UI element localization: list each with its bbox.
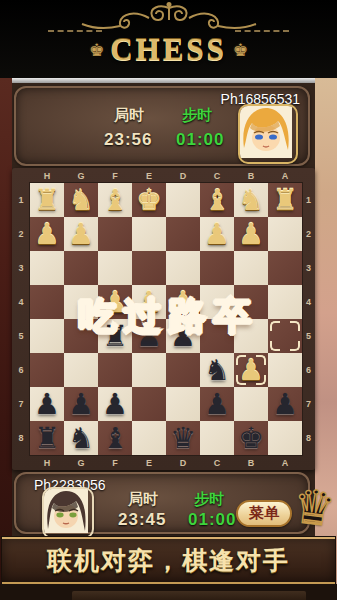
player-game-time: 23:45 xyxy=(118,510,166,530)
square-c2[interactable]: ♟ xyxy=(200,217,234,251)
square-f1[interactable]: ♝ xyxy=(98,183,132,217)
player-panel: Ph2283056 局时 23:45 步时 01:00 菜单 xyxy=(14,472,310,534)
black-rook-h8[interactable]: ♜ xyxy=(34,421,60,455)
white-pawn-c2[interactable]: ♟ xyxy=(204,217,230,251)
square-g7[interactable]: ♟ xyxy=(64,387,98,421)
rank-label-8: 8 xyxy=(12,421,30,455)
file-label-g: G xyxy=(64,455,98,470)
file-labels-top: HGFEDCBA xyxy=(30,168,302,183)
white-bishop-c1[interactable]: ♝ xyxy=(204,183,230,217)
square-h7[interactable]: ♟ xyxy=(30,387,64,421)
square-a3[interactable] xyxy=(268,251,302,285)
square-c1[interactable]: ♝ xyxy=(200,183,234,217)
en-passant-message: 吃过路卒 xyxy=(0,291,337,342)
square-b7[interactable] xyxy=(234,387,268,421)
file-label-f: F xyxy=(98,168,132,183)
white-pawn-h2[interactable]: ♟ xyxy=(34,217,60,251)
file-label-d: D xyxy=(166,168,200,183)
black-pawn-a7[interactable]: ♟ xyxy=(272,387,298,421)
player-avatar[interactable] xyxy=(42,487,94,539)
square-g1[interactable]: ♞ xyxy=(64,183,98,217)
highlight-corner-bl-a5 xyxy=(270,341,280,351)
square-h1[interactable]: ♜ xyxy=(30,183,64,217)
square-f7[interactable]: ♟ xyxy=(98,387,132,421)
black-pawn-g7[interactable]: ♟ xyxy=(68,387,94,421)
square-d6[interactable] xyxy=(166,353,200,387)
square-f8[interactable]: ♝ xyxy=(98,421,132,455)
rank-label-1: 1 xyxy=(302,183,315,217)
header-separator xyxy=(0,78,337,83)
black-knight-g8[interactable]: ♞ xyxy=(68,421,94,455)
square-b3[interactable] xyxy=(234,251,268,285)
file-label-a: A xyxy=(268,168,302,183)
app-header: ♚ CHESS ♚ xyxy=(0,0,337,78)
square-e7[interactable] xyxy=(132,387,166,421)
square-a2[interactable] xyxy=(268,217,302,251)
rank-label-7: 7 xyxy=(302,387,315,421)
white-knight-b1[interactable]: ♞ xyxy=(238,183,264,217)
file-label-d: D xyxy=(166,455,200,470)
square-f2[interactable] xyxy=(98,217,132,251)
square-c7[interactable]: ♟ xyxy=(200,387,234,421)
opponent-game-time: 23:56 xyxy=(104,130,152,150)
black-knight-c6[interactable]: ♞ xyxy=(204,353,230,387)
square-b6[interactable]: ♟ xyxy=(234,353,268,387)
opponent-avatar[interactable] xyxy=(238,104,298,164)
square-h2[interactable]: ♟ xyxy=(30,217,64,251)
square-e3[interactable] xyxy=(132,251,166,285)
square-d8[interactable]: ♛ xyxy=(166,421,200,455)
menu-button-label: 菜单 xyxy=(249,504,279,523)
square-a6[interactable] xyxy=(268,353,302,387)
file-label-c: C xyxy=(200,455,234,470)
left-crown-icon: ♚ xyxy=(89,40,104,61)
app-title: CHESS xyxy=(110,32,227,68)
white-bishop-f1[interactable]: ♝ xyxy=(102,183,128,217)
square-d7[interactable] xyxy=(166,387,200,421)
file-labels-bottom: HGFEDCBA xyxy=(30,455,302,470)
file-label-a: A xyxy=(268,455,302,470)
white-pawn-g2[interactable]: ♟ xyxy=(68,217,94,251)
footer-inner-panel xyxy=(72,591,306,600)
square-g6[interactable] xyxy=(64,353,98,387)
white-rook-h1[interactable]: ♜ xyxy=(34,183,60,217)
file-label-g: G xyxy=(64,168,98,183)
promo-banner: 联机对弈，棋逢对手 xyxy=(2,537,335,584)
opponent-move-time-label: 步时 xyxy=(182,106,212,125)
highlight-corner-bl-b6 xyxy=(236,375,246,385)
menu-button[interactable]: 菜单 xyxy=(236,500,292,527)
queen-crown-icon: ♛ xyxy=(290,482,337,534)
square-e6[interactable] xyxy=(132,353,166,387)
square-h6[interactable] xyxy=(30,353,64,387)
file-label-b: B xyxy=(234,168,268,183)
opponent-panel: 局时 23:56 步时 01:00 Ph16856531 xyxy=(14,86,310,166)
square-e2[interactable] xyxy=(132,217,166,251)
player-move-time-label: 步时 xyxy=(194,490,224,509)
square-a1[interactable]: ♜ xyxy=(268,183,302,217)
file-label-h: H xyxy=(30,455,64,470)
black-queen-d8[interactable]: ♛ xyxy=(170,421,196,455)
file-label-h: H xyxy=(30,168,64,183)
player-move-time: 01:00 xyxy=(188,510,236,530)
file-label-e: E xyxy=(132,455,166,470)
square-c8[interactable] xyxy=(200,421,234,455)
rank-label-7: 7 xyxy=(12,387,30,421)
white-knight-g1[interactable]: ♞ xyxy=(68,183,94,217)
white-pawn-b2[interactable]: ♟ xyxy=(238,217,264,251)
white-rook-a1[interactable]: ♜ xyxy=(272,183,298,217)
square-b2[interactable]: ♟ xyxy=(234,217,268,251)
opponent-move-time: 01:00 xyxy=(176,130,224,150)
black-pawn-h7[interactable]: ♟ xyxy=(34,387,60,421)
square-g8[interactable]: ♞ xyxy=(64,421,98,455)
square-h3[interactable] xyxy=(30,251,64,285)
square-d3[interactable] xyxy=(166,251,200,285)
file-label-e: E xyxy=(132,168,166,183)
black-pawn-c7[interactable]: ♟ xyxy=(204,387,230,421)
rank-label-2: 2 xyxy=(302,217,315,251)
player-game-time-label: 局时 xyxy=(128,490,158,509)
square-e8[interactable] xyxy=(132,421,166,455)
rank-label-1: 1 xyxy=(12,183,30,217)
square-b1[interactable]: ♞ xyxy=(234,183,268,217)
rank-label-3: 3 xyxy=(12,251,30,285)
square-f3[interactable] xyxy=(98,251,132,285)
rank-label-6: 6 xyxy=(302,353,315,387)
rank-label-2: 2 xyxy=(12,217,30,251)
square-g2[interactable]: ♟ xyxy=(64,217,98,251)
black-king-b8[interactable]: ♚ xyxy=(238,421,264,455)
square-e1[interactable]: ♚ xyxy=(132,183,166,217)
rank-label-8: 8 xyxy=(302,421,315,455)
square-a8[interactable] xyxy=(268,421,302,455)
black-bishop-f8[interactable]: ♝ xyxy=(102,421,128,455)
file-label-f: F xyxy=(98,455,132,470)
right-crown-icon: ♚ xyxy=(233,40,248,61)
white-king-e1[interactable]: ♚ xyxy=(136,183,162,217)
square-b8[interactable]: ♚ xyxy=(234,421,268,455)
promo-banner-text: 联机对弈，棋逢对手 xyxy=(47,544,290,577)
square-h8[interactable]: ♜ xyxy=(30,421,64,455)
square-a7[interactable]: ♟ xyxy=(268,387,302,421)
square-c6[interactable]: ♞ xyxy=(200,353,234,387)
square-d1[interactable] xyxy=(166,183,200,217)
file-label-c: C xyxy=(200,168,234,183)
rank-label-3: 3 xyxy=(302,251,315,285)
highlight-corner-tr-b6 xyxy=(256,355,266,365)
chess-app-screen: ♚ CHESS ♚ 局时 23:56 步时 01:00 Ph16856531 xyxy=(0,0,337,600)
highlight-corner-br-a5 xyxy=(290,341,300,351)
black-pawn-f7[interactable]: ♟ xyxy=(102,387,128,421)
opponent-game-time-label: 局时 xyxy=(114,106,144,125)
highlight-corner-tl-b6 xyxy=(236,355,246,365)
highlight-corner-br-b6 xyxy=(256,375,266,385)
square-c3[interactable] xyxy=(200,251,234,285)
file-label-b: B xyxy=(234,455,268,470)
square-f6[interactable] xyxy=(98,353,132,387)
square-g3[interactable] xyxy=(64,251,98,285)
rank-label-6: 6 xyxy=(12,353,30,387)
square-d2[interactable] xyxy=(166,217,200,251)
